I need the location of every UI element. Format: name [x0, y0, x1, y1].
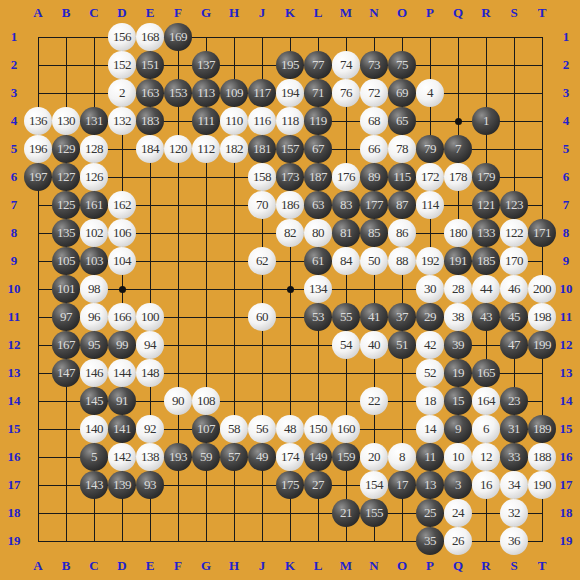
stone-black-move-99-D12[interactable]: 99 — [108, 331, 136, 359]
coord-label-left-9: 9 — [2, 253, 26, 269]
stone-black-move-105-B9[interactable]: 105 — [52, 247, 80, 275]
stone-white-move-174-K16[interactable]: 174 — [276, 443, 304, 471]
stone-black-move-61-L9[interactable]: 61 — [304, 247, 332, 275]
coord-label-right-19: 19 — [554, 533, 578, 549]
stone-black-move-93-E17[interactable]: 93 — [136, 471, 164, 499]
hoshi-point-Q4 — [455, 118, 462, 125]
stone-black-move-143-C17[interactable]: 143 — [80, 471, 108, 499]
stone-black-move-5-C16[interactable]: 5 — [80, 443, 108, 471]
stone-white-move-162-D7[interactable]: 162 — [108, 191, 136, 219]
stone-black-move-173-K6[interactable]: 173 — [276, 163, 304, 191]
coord-label-right-6: 6 — [554, 169, 578, 185]
coord-label-bottom-O: O — [390, 558, 414, 574]
stone-white-move-108-G14[interactable]: 108 — [192, 387, 220, 415]
stone-black-move-149-L16[interactable]: 149 — [304, 443, 332, 471]
stone-white-move-182-H5[interactable]: 182 — [220, 135, 248, 163]
stone-white-move-118-K4[interactable]: 118 — [276, 107, 304, 135]
stone-white-move-70-J7[interactable]: 70 — [248, 191, 276, 219]
stone-white-move-34-S17[interactable]: 34 — [500, 471, 528, 499]
hoshi-point-D10 — [119, 286, 126, 293]
stone-black-move-71-L3[interactable]: 71 — [304, 79, 332, 107]
stone-black-move-45-S11[interactable]: 45 — [500, 303, 528, 331]
stone-white-move-146-C13[interactable]: 146 — [80, 359, 108, 387]
coord-label-right-16: 16 — [554, 449, 578, 465]
stone-black-move-95-C12[interactable]: 95 — [80, 331, 108, 359]
stone-white-move-80-L8[interactable]: 80 — [304, 219, 332, 247]
coord-label-top-S: S — [502, 5, 526, 21]
stone-black-move-85-N8[interactable]: 85 — [360, 219, 388, 247]
stone-black-move-29-P11[interactable]: 29 — [416, 303, 444, 331]
coord-label-top-G: G — [194, 5, 218, 21]
stone-white-move-52-P13[interactable]: 52 — [416, 359, 444, 387]
coord-label-bottom-N: N — [362, 558, 386, 574]
coord-label-bottom-Q: Q — [446, 558, 470, 574]
coord-label-right-13: 13 — [554, 365, 578, 381]
stone-white-move-28-Q10[interactable]: 28 — [444, 275, 472, 303]
coord-label-right-7: 7 — [554, 197, 578, 213]
stone-white-move-76-M3[interactable]: 76 — [332, 79, 360, 107]
coord-label-left-2: 2 — [2, 57, 26, 73]
coord-label-left-12: 12 — [2, 337, 26, 353]
stone-white-move-50-N9[interactable]: 50 — [360, 247, 388, 275]
coord-label-bottom-R: R — [474, 558, 498, 574]
coord-label-left-8: 8 — [2, 225, 26, 241]
coord-label-right-11: 11 — [554, 309, 578, 325]
stone-black-move-87-O7[interactable]: 87 — [388, 191, 416, 219]
stone-black-move-67-L5[interactable]: 67 — [304, 135, 332, 163]
stone-black-move-73-N2[interactable]: 73 — [360, 51, 388, 79]
stone-white-move-154-N17[interactable]: 154 — [360, 471, 388, 499]
stone-white-move-20-N16[interactable]: 20 — [360, 443, 388, 471]
stone-white-move-192-P9[interactable]: 192 — [416, 247, 444, 275]
stone-black-move-161-C7[interactable]: 161 — [80, 191, 108, 219]
stone-black-move-155-N18[interactable]: 155 — [360, 499, 388, 527]
coord-label-left-11: 11 — [2, 309, 26, 325]
coord-label-bottom-E: E — [138, 558, 162, 574]
stone-white-move-30-P10[interactable]: 30 — [416, 275, 444, 303]
stone-white-move-82-K8[interactable]: 82 — [276, 219, 304, 247]
coord-label-top-Q: Q — [446, 5, 470, 21]
stone-black-move-41-N11[interactable]: 41 — [360, 303, 388, 331]
stone-white-move-186-K7[interactable]: 186 — [276, 191, 304, 219]
stone-white-move-56-J15[interactable]: 56 — [248, 415, 276, 443]
coord-label-bottom-B: B — [54, 558, 78, 574]
coord-label-right-2: 2 — [554, 57, 578, 73]
stone-black-move-147-B13[interactable]: 147 — [52, 359, 80, 387]
stone-white-move-100-E11[interactable]: 100 — [136, 303, 164, 331]
stone-white-move-86-O8[interactable]: 86 — [388, 219, 416, 247]
stone-white-move-10-Q16[interactable]: 10 — [444, 443, 472, 471]
stone-white-move-16-R17[interactable]: 16 — [472, 471, 500, 499]
stone-white-move-128-C5[interactable]: 128 — [80, 135, 108, 163]
stone-black-move-81-M8[interactable]: 81 — [332, 219, 360, 247]
stone-black-move-33-S16[interactable]: 33 — [500, 443, 528, 471]
coord-label-bottom-J: J — [250, 558, 274, 574]
stone-black-move-103-C9[interactable]: 103 — [80, 247, 108, 275]
stone-white-move-190-T17[interactable]: 190 — [528, 471, 556, 499]
stone-white-move-158-J6[interactable]: 158 — [248, 163, 276, 191]
stone-black-move-115-O6[interactable]: 115 — [388, 163, 416, 191]
coord-label-right-5: 5 — [554, 141, 578, 157]
coord-label-bottom-D: D — [110, 558, 134, 574]
coord-label-top-O: O — [390, 5, 414, 21]
stone-black-move-31-S15[interactable]: 31 — [500, 415, 528, 443]
stone-black-move-131-C4[interactable]: 131 — [80, 107, 108, 135]
stone-black-move-169-F1[interactable]: 169 — [164, 23, 192, 51]
stone-white-move-130-B4[interactable]: 130 — [52, 107, 80, 135]
stone-black-move-51-O12[interactable]: 51 — [388, 331, 416, 359]
coord-label-top-H: H — [222, 5, 246, 21]
coord-label-left-15: 15 — [2, 421, 26, 437]
coord-label-left-16: 16 — [2, 449, 26, 465]
coord-label-top-P: P — [418, 5, 442, 21]
stone-white-move-142-D16[interactable]: 142 — [108, 443, 136, 471]
stone-white-move-102-C8[interactable]: 102 — [80, 219, 108, 247]
stone-black-move-69-O3[interactable]: 69 — [388, 79, 416, 107]
stone-white-move-136-A4[interactable]: 136 — [24, 107, 52, 135]
stone-black-move-137-G2[interactable]: 137 — [192, 51, 220, 79]
stone-white-move-46-S10[interactable]: 46 — [500, 275, 528, 303]
stone-black-move-123-S7[interactable]: 123 — [500, 191, 528, 219]
stone-black-move-191-Q9[interactable]: 191 — [444, 247, 472, 275]
stone-white-move-42-P12[interactable]: 42 — [416, 331, 444, 359]
stone-black-move-1-R4[interactable]: 1 — [472, 107, 500, 135]
stone-white-move-38-Q11[interactable]: 38 — [444, 303, 472, 331]
stone-black-move-133-R8[interactable]: 133 — [472, 219, 500, 247]
stone-white-move-26-Q19[interactable]: 26 — [444, 527, 472, 555]
stone-black-move-183-E4[interactable]: 183 — [136, 107, 164, 135]
coord-label-left-6: 6 — [2, 169, 26, 185]
coord-label-top-T: T — [530, 5, 554, 21]
stone-black-move-171-T8[interactable]: 171 — [528, 219, 556, 247]
stone-black-move-141-D15[interactable]: 141 — [108, 415, 136, 443]
stone-black-move-75-O2[interactable]: 75 — [388, 51, 416, 79]
coord-label-bottom-C: C — [82, 558, 106, 574]
stone-black-move-39-Q12[interactable]: 39 — [444, 331, 472, 359]
stone-white-move-168-E1[interactable]: 168 — [136, 23, 164, 51]
coord-label-top-R: R — [474, 5, 498, 21]
stone-black-move-89-N6[interactable]: 89 — [360, 163, 388, 191]
stone-black-move-151-E2[interactable]: 151 — [136, 51, 164, 79]
stone-white-move-44-R10[interactable]: 44 — [472, 275, 500, 303]
stone-black-move-53-L11[interactable]: 53 — [304, 303, 332, 331]
stone-white-move-188-T16[interactable]: 188 — [528, 443, 556, 471]
stone-white-move-184-E5[interactable]: 184 — [136, 135, 164, 163]
coord-label-top-B: B — [54, 5, 78, 21]
coord-label-right-9: 9 — [554, 253, 578, 269]
stone-white-move-114-P7[interactable]: 114 — [416, 191, 444, 219]
coord-label-right-1: 1 — [554, 29, 578, 45]
stone-black-move-157-K5[interactable]: 157 — [276, 135, 304, 163]
stone-white-move-22-N14[interactable]: 22 — [360, 387, 388, 415]
stone-white-move-150-L15[interactable]: 150 — [304, 415, 332, 443]
go-board[interactable]: AABBCCDDEEFFGGHHJJKKLLMMNNOOPPQQRRSSTT11… — [0, 0, 580, 580]
stone-white-move-72-N3[interactable]: 72 — [360, 79, 388, 107]
stone-black-move-163-E3[interactable]: 163 — [136, 79, 164, 107]
coord-label-bottom-L: L — [306, 558, 330, 574]
stone-black-move-23-S14[interactable]: 23 — [500, 387, 528, 415]
coord-label-bottom-H: H — [222, 558, 246, 574]
stone-black-move-153-F3[interactable]: 153 — [164, 79, 192, 107]
stone-black-move-13-P17[interactable]: 13 — [416, 471, 444, 499]
stone-black-move-193-F16[interactable]: 193 — [164, 443, 192, 471]
stone-black-move-127-B6[interactable]: 127 — [52, 163, 80, 191]
coord-label-left-7: 7 — [2, 197, 26, 213]
stone-black-move-125-B7[interactable]: 125 — [52, 191, 80, 219]
coord-label-bottom-G: G — [194, 558, 218, 574]
coord-label-bottom-S: S — [502, 558, 526, 574]
stone-white-move-132-D4[interactable]: 132 — [108, 107, 136, 135]
stone-white-move-152-D2[interactable]: 152 — [108, 51, 136, 79]
stone-white-move-74-M2[interactable]: 74 — [332, 51, 360, 79]
stone-black-move-179-R6[interactable]: 179 — [472, 163, 500, 191]
stone-black-move-159-M16[interactable]: 159 — [332, 443, 360, 471]
stone-black-move-113-G3[interactable]: 113 — [192, 79, 220, 107]
stone-white-move-32-S18[interactable]: 32 — [500, 499, 528, 527]
stone-black-move-19-Q13[interactable]: 19 — [444, 359, 472, 387]
stone-black-move-11-P16[interactable]: 11 — [416, 443, 444, 471]
coord-label-top-C: C — [82, 5, 106, 21]
coord-label-top-D: D — [110, 5, 134, 21]
stone-white-move-116-J4[interactable]: 116 — [248, 107, 276, 135]
stone-black-move-119-L4[interactable]: 119 — [304, 107, 332, 135]
coord-label-top-L: L — [306, 5, 330, 21]
stone-black-move-139-D17[interactable]: 139 — [108, 471, 136, 499]
stone-white-move-98-C10[interactable]: 98 — [80, 275, 108, 303]
stone-black-move-25-P18[interactable]: 25 — [416, 499, 444, 527]
stone-white-move-78-O5[interactable]: 78 — [388, 135, 416, 163]
coord-label-top-E: E — [138, 5, 162, 21]
coord-label-left-5: 5 — [2, 141, 26, 157]
coord-label-bottom-A: A — [26, 558, 50, 574]
stone-white-move-172-P6[interactable]: 172 — [416, 163, 444, 191]
stone-black-move-43-R11[interactable]: 43 — [472, 303, 500, 331]
stone-white-move-2-D3[interactable]: 2 — [108, 79, 136, 107]
stone-white-move-8-O16[interactable]: 8 — [388, 443, 416, 471]
stone-white-move-126-C6[interactable]: 126 — [80, 163, 108, 191]
stone-white-move-144-D13[interactable]: 144 — [108, 359, 136, 387]
stone-white-move-18-P14[interactable]: 18 — [416, 387, 444, 415]
stone-black-move-27-L17[interactable]: 27 — [304, 471, 332, 499]
stone-black-move-181-J5[interactable]: 181 — [248, 135, 276, 163]
stone-white-move-180-Q8[interactable]: 180 — [444, 219, 472, 247]
stone-white-move-138-E16[interactable]: 138 — [136, 443, 164, 471]
stone-white-move-166-D11[interactable]: 166 — [108, 303, 136, 331]
coord-label-right-18: 18 — [554, 505, 578, 521]
stone-black-move-79-P5[interactable]: 79 — [416, 135, 444, 163]
coord-label-right-4: 4 — [554, 113, 578, 129]
coord-label-bottom-F: F — [166, 558, 190, 574]
stone-black-move-177-N7[interactable]: 177 — [360, 191, 388, 219]
stone-black-move-17-O17[interactable]: 17 — [388, 471, 416, 499]
coord-label-left-10: 10 — [2, 281, 26, 297]
coord-label-top-M: M — [334, 5, 358, 21]
stone-black-move-37-O11[interactable]: 37 — [388, 303, 416, 331]
coord-label-left-17: 17 — [2, 477, 26, 493]
coord-label-right-10: 10 — [554, 281, 578, 297]
stone-white-move-148-E13[interactable]: 148 — [136, 359, 164, 387]
stone-white-move-36-S19[interactable]: 36 — [500, 527, 528, 555]
coord-label-left-14: 14 — [2, 393, 26, 409]
stone-black-move-135-B8[interactable]: 135 — [52, 219, 80, 247]
stone-white-move-84-M9[interactable]: 84 — [332, 247, 360, 275]
stone-white-move-156-D1[interactable]: 156 — [108, 23, 136, 51]
stone-white-move-90-F14[interactable]: 90 — [164, 387, 192, 415]
stone-white-move-160-M15[interactable]: 160 — [332, 415, 360, 443]
stone-white-move-164-R14[interactable]: 164 — [472, 387, 500, 415]
stone-black-move-117-J3[interactable]: 117 — [248, 79, 276, 107]
stone-black-move-21-M18[interactable]: 21 — [332, 499, 360, 527]
stone-black-move-3-Q17[interactable]: 3 — [444, 471, 472, 499]
stone-white-move-6-R15[interactable]: 6 — [472, 415, 500, 443]
coord-label-top-K: K — [278, 5, 302, 21]
coord-label-bottom-T: T — [530, 558, 554, 574]
stone-black-move-165-R13[interactable]: 165 — [472, 359, 500, 387]
stone-white-move-66-N5[interactable]: 66 — [360, 135, 388, 163]
stone-white-move-14-P15[interactable]: 14 — [416, 415, 444, 443]
stone-white-move-110-H4[interactable]: 110 — [220, 107, 248, 135]
coord-label-bottom-K: K — [278, 558, 302, 574]
coord-label-top-J: J — [250, 5, 274, 21]
coord-label-bottom-M: M — [334, 558, 358, 574]
stone-black-move-63-L7[interactable]: 63 — [304, 191, 332, 219]
coord-label-right-3: 3 — [554, 85, 578, 101]
stone-black-move-185-R9[interactable]: 185 — [472, 247, 500, 275]
stone-black-move-187-L6[interactable]: 187 — [304, 163, 332, 191]
coord-label-right-8: 8 — [554, 225, 578, 241]
stone-white-move-88-O9[interactable]: 88 — [388, 247, 416, 275]
stone-black-move-77-L2[interactable]: 77 — [304, 51, 332, 79]
stone-black-move-35-P19[interactable]: 35 — [416, 527, 444, 555]
stone-black-move-83-M7[interactable]: 83 — [332, 191, 360, 219]
stone-black-move-47-S12[interactable]: 47 — [500, 331, 528, 359]
stone-black-move-109-H3[interactable]: 109 — [220, 79, 248, 107]
coord-label-top-F: F — [166, 5, 190, 21]
stone-black-move-175-K17[interactable]: 175 — [276, 471, 304, 499]
stone-white-move-92-E15[interactable]: 92 — [136, 415, 164, 443]
stone-black-move-111-G4[interactable]: 111 — [192, 107, 220, 135]
stone-black-move-15-Q14[interactable]: 15 — [444, 387, 472, 415]
stone-black-move-107-G15[interactable]: 107 — [192, 415, 220, 443]
coord-label-top-N: N — [362, 5, 386, 21]
stone-white-move-58-H15[interactable]: 58 — [220, 415, 248, 443]
stone-white-move-134-L10[interactable]: 134 — [304, 275, 332, 303]
stone-black-move-55-M11[interactable]: 55 — [332, 303, 360, 331]
stone-white-move-62-J9[interactable]: 62 — [248, 247, 276, 275]
stone-black-move-101-B10[interactable]: 101 — [52, 275, 80, 303]
stone-black-move-9-Q15[interactable]: 9 — [444, 415, 472, 443]
hoshi-point-K10 — [287, 286, 294, 293]
stone-white-move-122-S8[interactable]: 122 — [500, 219, 528, 247]
stone-white-move-112-G5[interactable]: 112 — [192, 135, 220, 163]
coord-label-top-A: A — [26, 5, 50, 21]
stone-white-move-48-K15[interactable]: 48 — [276, 415, 304, 443]
stone-white-move-54-M12[interactable]: 54 — [332, 331, 360, 359]
stone-white-move-40-N12[interactable]: 40 — [360, 331, 388, 359]
coord-label-right-12: 12 — [554, 337, 578, 353]
coord-label-bottom-P: P — [418, 558, 442, 574]
stone-white-move-24-Q18[interactable]: 24 — [444, 499, 472, 527]
stone-white-move-60-J11[interactable]: 60 — [248, 303, 276, 331]
stone-white-move-4-P3[interactable]: 4 — [416, 79, 444, 107]
coord-label-left-19: 19 — [2, 533, 26, 549]
stone-black-move-91-D14[interactable]: 91 — [108, 387, 136, 415]
coord-label-right-17: 17 — [554, 477, 578, 493]
stone-black-move-197-A6[interactable]: 197 — [24, 163, 52, 191]
stone-white-move-170-S9[interactable]: 170 — [500, 247, 528, 275]
stone-white-move-96-C11[interactable]: 96 — [80, 303, 108, 331]
stone-white-move-94-E12[interactable]: 94 — [136, 331, 164, 359]
stone-white-move-194-K3[interactable]: 194 — [276, 79, 304, 107]
coord-label-right-14: 14 — [554, 393, 578, 409]
stone-black-move-65-O4[interactable]: 65 — [388, 107, 416, 135]
stone-white-move-140-C15[interactable]: 140 — [80, 415, 108, 443]
stone-white-move-198-T11[interactable]: 198 — [528, 303, 556, 331]
stone-black-move-167-B12[interactable]: 167 — [52, 331, 80, 359]
coord-label-left-1: 1 — [2, 29, 26, 45]
stone-black-move-7-Q5[interactable]: 7 — [444, 135, 472, 163]
stone-white-move-200-T10[interactable]: 200 — [528, 275, 556, 303]
stone-black-move-195-K2[interactable]: 195 — [276, 51, 304, 79]
coord-label-left-4: 4 — [2, 113, 26, 129]
stone-black-move-121-R7[interactable]: 121 — [472, 191, 500, 219]
coord-label-right-15: 15 — [554, 421, 578, 437]
coord-label-left-3: 3 — [2, 85, 26, 101]
stone-black-move-129-B5[interactable]: 129 — [52, 135, 80, 163]
stone-black-move-59-G16[interactable]: 59 — [192, 443, 220, 471]
stone-white-move-106-D8[interactable]: 106 — [108, 219, 136, 247]
stone-white-move-12-R16[interactable]: 12 — [472, 443, 500, 471]
stone-white-move-120-F5[interactable]: 120 — [164, 135, 192, 163]
stone-white-move-178-Q6[interactable]: 178 — [444, 163, 472, 191]
stone-white-move-176-M6[interactable]: 176 — [332, 163, 360, 191]
stone-white-move-196-A5[interactable]: 196 — [24, 135, 52, 163]
stone-white-move-68-N4[interactable]: 68 — [360, 107, 388, 135]
stone-black-move-189-T15[interactable]: 189 — [528, 415, 556, 443]
coord-label-left-18: 18 — [2, 505, 26, 521]
stone-black-move-199-T12[interactable]: 199 — [528, 331, 556, 359]
stone-white-move-104-D9[interactable]: 104 — [108, 247, 136, 275]
stone-black-move-57-H16[interactable]: 57 — [220, 443, 248, 471]
stone-black-move-49-J16[interactable]: 49 — [248, 443, 276, 471]
coord-label-left-13: 13 — [2, 365, 26, 381]
stone-black-move-145-C14[interactable]: 145 — [80, 387, 108, 415]
stone-black-move-97-B11[interactable]: 97 — [52, 303, 80, 331]
